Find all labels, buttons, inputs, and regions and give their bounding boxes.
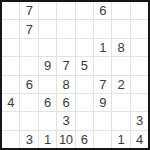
cell-r8c8: 4 <box>131 131 148 148</box>
cell-r7c4: 3 <box>57 112 74 129</box>
cell-r8c7: 1 <box>112 131 129 148</box>
cell-r8c5: 6 <box>76 131 93 148</box>
cell-r2c2: 7 <box>20 20 37 37</box>
cell-r5c8[interactable] <box>131 76 148 93</box>
cell-r5c6: 7 <box>94 76 111 93</box>
cell-r5c2: 6 <box>20 76 37 93</box>
cell-r7c7[interactable] <box>112 112 129 129</box>
cell-r7c8: 3 <box>131 112 148 129</box>
cell-r6c3: 6 <box>39 94 56 111</box>
cell-r1c4[interactable] <box>57 2 74 19</box>
cell-r6c5[interactable] <box>76 94 93 111</box>
cell-r1c8[interactable] <box>131 2 148 19</box>
cell-r3c3[interactable] <box>39 39 56 56</box>
cell-r1c5[interactable] <box>76 2 93 19</box>
cell-r1c3[interactable] <box>39 2 56 19</box>
cell-r3c4[interactable] <box>57 39 74 56</box>
cell-r3c7: 8 <box>112 39 129 56</box>
cell-r5c3[interactable] <box>39 76 56 93</box>
cell-r5c7: 2 <box>112 76 129 93</box>
cell-r4c4: 7 <box>57 57 74 74</box>
cell-r6c7[interactable] <box>112 94 129 111</box>
cell-r4c3: 9 <box>39 57 56 74</box>
cell-r4c5: 5 <box>76 57 93 74</box>
cell-r6c8[interactable] <box>131 94 148 111</box>
cell-r8c6[interactable] <box>94 131 111 148</box>
cell-r5c5[interactable] <box>76 76 93 93</box>
cell-r3c2[interactable] <box>20 39 37 56</box>
cell-r4c8[interactable] <box>131 57 148 74</box>
cell-r6c4: 6 <box>57 94 74 111</box>
cell-r3c8[interactable] <box>131 39 148 56</box>
cell-r5c1[interactable] <box>2 76 19 93</box>
cell-r2c3[interactable] <box>39 20 56 37</box>
cell-r2c7[interactable] <box>112 20 129 37</box>
cell-r2c8[interactable] <box>131 20 148 37</box>
cell-r8c4: 10 <box>57 131 74 148</box>
cell-r7c6[interactable] <box>94 112 111 129</box>
cell-r7c1[interactable] <box>2 112 19 129</box>
cell-r2c4[interactable] <box>57 20 74 37</box>
cell-r8c1[interactable] <box>2 131 19 148</box>
cell-r2c5[interactable] <box>76 20 93 37</box>
cell-r6c1: 4 <box>2 94 19 111</box>
cell-r1c6: 6 <box>94 2 111 19</box>
cell-r2c6[interactable] <box>94 20 111 37</box>
puzzle-board: 7671897568724669333110614 <box>0 0 150 150</box>
cell-r3c5[interactable] <box>76 39 93 56</box>
cell-r1c7[interactable] <box>112 2 129 19</box>
cell-r5c4: 8 <box>57 76 74 93</box>
cell-r1c1[interactable] <box>2 2 19 19</box>
cell-r1c2: 7 <box>20 2 37 19</box>
cell-r2c1[interactable] <box>2 20 19 37</box>
cell-r3c1[interactable] <box>2 39 19 56</box>
cell-r4c2[interactable] <box>20 57 37 74</box>
cell-r6c2[interactable] <box>20 94 37 111</box>
cell-r7c5[interactable] <box>76 112 93 129</box>
cell-r4c6[interactable] <box>94 57 111 74</box>
cell-r4c1[interactable] <box>2 57 19 74</box>
cell-r8c3: 1 <box>39 131 56 148</box>
cell-r6c6: 9 <box>94 94 111 111</box>
cell-r4c7[interactable] <box>112 57 129 74</box>
cell-r8c2: 3 <box>20 131 37 148</box>
cell-r3c6: 1 <box>94 39 111 56</box>
cell-r7c3[interactable] <box>39 112 56 129</box>
cell-r7c2[interactable] <box>20 112 37 129</box>
